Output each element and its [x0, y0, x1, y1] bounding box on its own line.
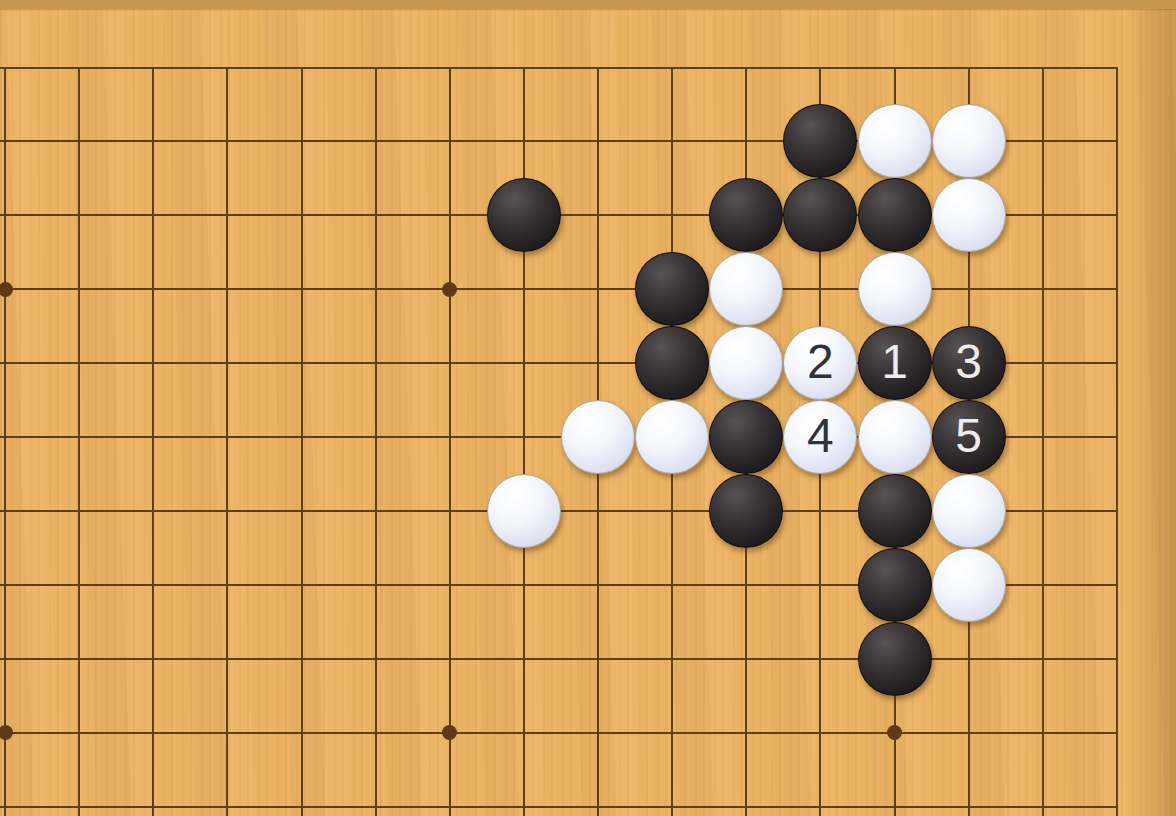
stone-white-O15 — [709, 326, 783, 400]
stone-white-M14 — [561, 400, 635, 474]
stone-white-Q18 — [858, 104, 932, 178]
move-number-label: 3 — [955, 338, 982, 386]
grid-line-horizontal — [0, 658, 1118, 660]
stone-black-P17 — [783, 178, 857, 252]
stone-white-Q14 — [858, 400, 932, 474]
grid-line-vertical — [152, 67, 154, 816]
stone-white-R13 — [932, 474, 1006, 548]
grid-line-vertical — [375, 67, 377, 816]
stone-black-O17 — [709, 178, 783, 252]
stone-white-P14: 4 — [783, 400, 857, 474]
stone-black-R15: 3 — [932, 326, 1006, 400]
stone-black-Q15: 1 — [858, 326, 932, 400]
stone-white-L13 — [487, 474, 561, 548]
go-board[interactable]: 21345 — [0, 0, 1176, 816]
stone-black-Q17 — [858, 178, 932, 252]
stone-black-L17 — [487, 178, 561, 252]
grid-line-vertical — [4, 67, 6, 816]
stone-white-Q16 — [858, 252, 932, 326]
grid-line-horizontal — [0, 732, 1118, 734]
star-point — [442, 282, 457, 297]
stone-white-O16 — [709, 252, 783, 326]
stone-white-N14 — [635, 400, 709, 474]
star-point — [442, 725, 457, 740]
stone-white-R18 — [932, 104, 1006, 178]
star-point — [0, 282, 13, 297]
move-number-label: 2 — [807, 338, 834, 386]
grid-line-vertical — [1116, 67, 1118, 816]
star-point — [887, 725, 902, 740]
grid-line-vertical — [78, 67, 80, 816]
grid-line-vertical — [226, 67, 228, 816]
move-number-label: 4 — [807, 412, 834, 460]
stone-black-O13 — [709, 474, 783, 548]
stone-black-O14 — [709, 400, 783, 474]
grid-line-horizontal — [0, 288, 1118, 290]
stone-white-R17 — [932, 178, 1006, 252]
stone-black-Q11 — [858, 622, 932, 696]
move-number-label: 5 — [955, 412, 982, 460]
stone-black-Q12 — [858, 548, 932, 622]
stone-black-N16 — [635, 252, 709, 326]
stone-black-Q13 — [858, 474, 932, 548]
grid-line-horizontal — [0, 806, 1118, 808]
stone-black-P18 — [783, 104, 857, 178]
go-board-screenshot: 21345 — [0, 0, 1176, 816]
grid-line-horizontal — [0, 67, 1118, 69]
grid-line-vertical — [449, 67, 451, 816]
grid-line-vertical — [1042, 67, 1044, 816]
stone-white-R12 — [932, 548, 1006, 622]
stone-black-N15 — [635, 326, 709, 400]
stone-black-R14: 5 — [932, 400, 1006, 474]
stone-white-P15: 2 — [783, 326, 857, 400]
move-number-label: 1 — [881, 338, 908, 386]
grid-line-vertical — [301, 67, 303, 816]
star-point — [0, 725, 13, 740]
